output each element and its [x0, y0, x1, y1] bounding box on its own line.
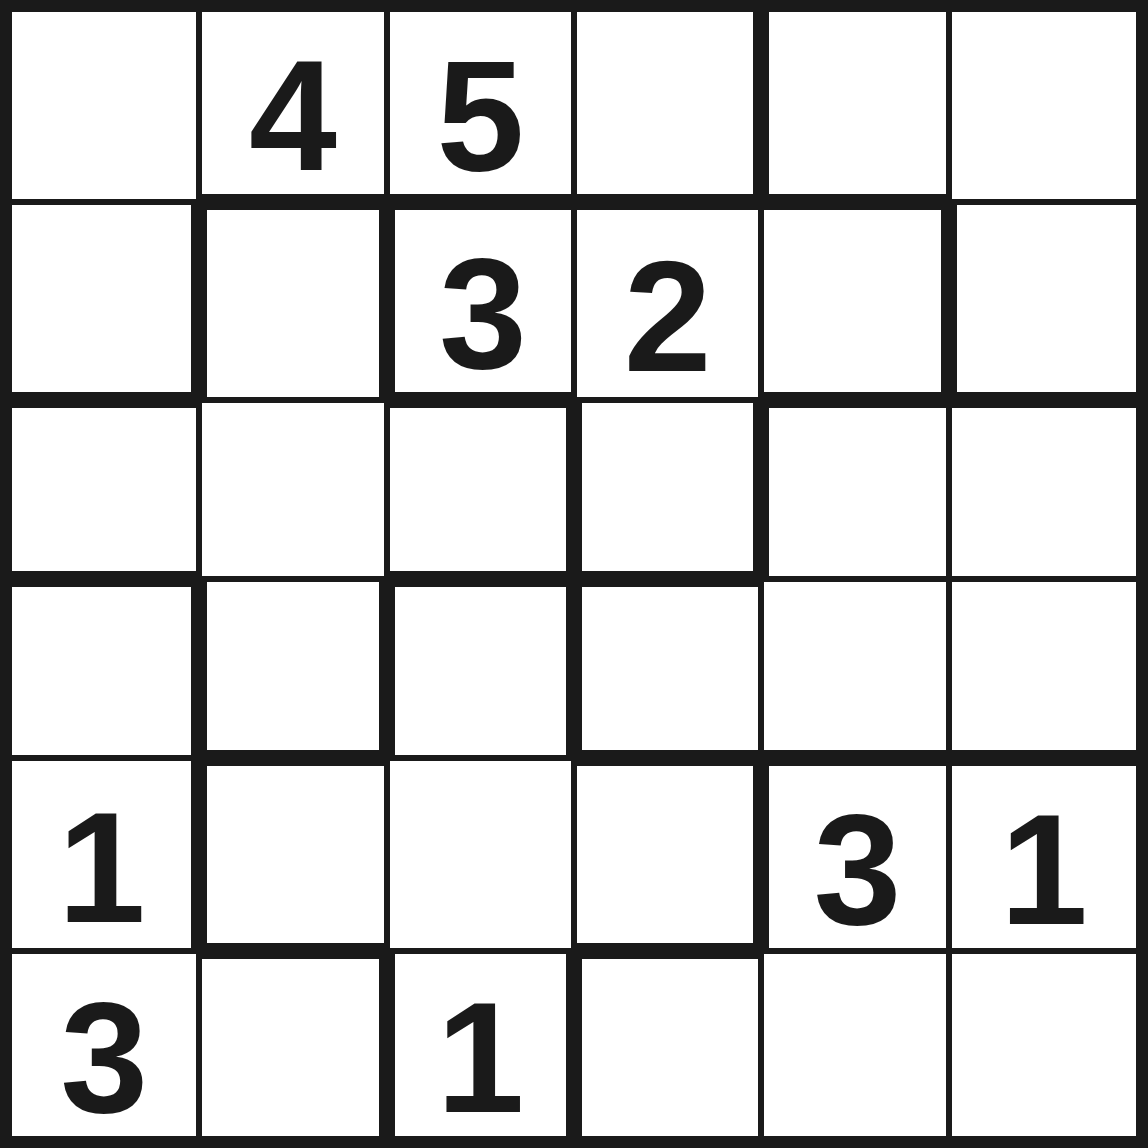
cell-r3c5[interactable]: [761, 400, 948, 579]
cell-r1c4[interactable]: [574, 12, 761, 202]
cell-r6c4[interactable]: [574, 951, 761, 1136]
cell-r4c1[interactable]: [12, 579, 199, 758]
cell-r5c5[interactable]: 3: [761, 758, 948, 951]
cell-r4c2[interactable]: [199, 579, 386, 758]
cell-r4c4[interactable]: [574, 579, 761, 758]
cell-r4c5[interactable]: [761, 579, 948, 758]
cell-r5c1[interactable]: 1: [12, 758, 199, 951]
cell-r2c6[interactable]: [949, 202, 1136, 400]
cell-r5c2[interactable]: [199, 758, 386, 951]
cell-r2c2[interactable]: [199, 202, 386, 400]
cell-r1c6[interactable]: [949, 12, 1136, 202]
cell-r4c3[interactable]: [387, 579, 574, 758]
cell-r2c5[interactable]: [761, 202, 948, 400]
cell-r2c3[interactable]: 3: [387, 202, 574, 400]
cell-r3c3[interactable]: [387, 400, 574, 579]
cell-r2c4[interactable]: 2: [574, 202, 761, 400]
cell-r4c6[interactable]: [949, 579, 1136, 758]
cell-r1c1[interactable]: [12, 12, 199, 202]
cell-r6c3[interactable]: 1: [387, 951, 574, 1136]
cell-r5c3[interactable]: [387, 758, 574, 951]
cell-r3c2[interactable]: [199, 400, 386, 579]
cell-r3c6[interactable]: [949, 400, 1136, 579]
cell-r3c1[interactable]: [12, 400, 199, 579]
cell-r1c3[interactable]: 5: [387, 12, 574, 202]
cell-r5c4[interactable]: [574, 758, 761, 951]
cell-r5c6[interactable]: 1: [949, 758, 1136, 951]
cell-r1c5[interactable]: [761, 12, 948, 202]
suguru-board: 453213131: [0, 0, 1148, 1148]
cell-r6c5[interactable]: [761, 951, 948, 1136]
cell-r6c1[interactable]: 3: [12, 951, 199, 1136]
cell-r6c6[interactable]: [949, 951, 1136, 1136]
cell-r2c1[interactable]: [12, 202, 199, 400]
cell-r1c2[interactable]: 4: [199, 12, 386, 202]
cell-r6c2[interactable]: [199, 951, 386, 1136]
cell-r3c4[interactable]: [574, 400, 761, 579]
